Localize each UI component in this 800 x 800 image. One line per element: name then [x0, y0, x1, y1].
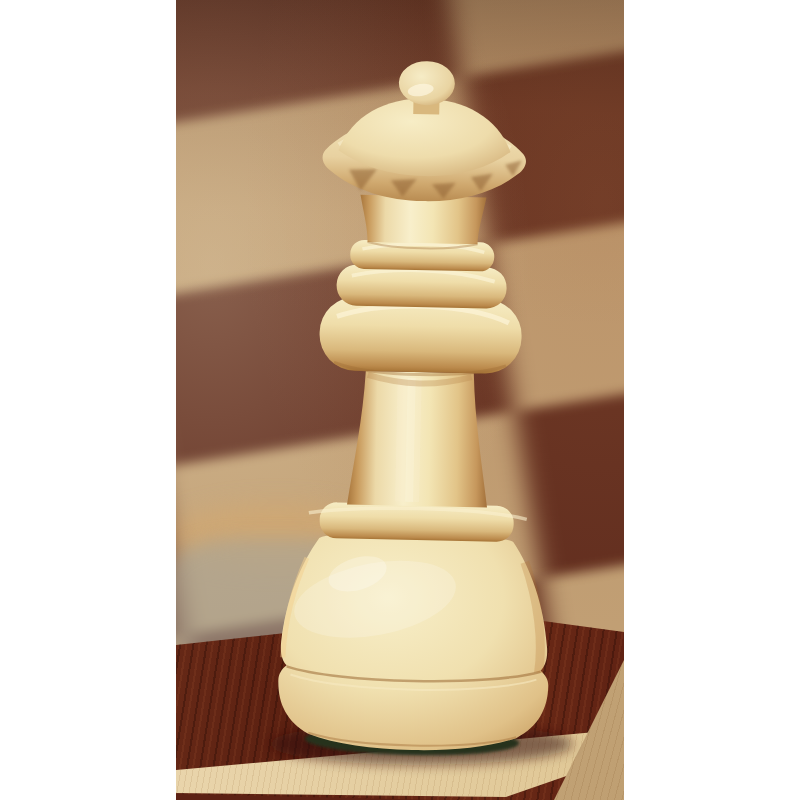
queen-neck: [360, 195, 487, 245]
queen-finial-ball: [398, 61, 455, 106]
chess-photo: Close-up photograph of a single carved b…: [176, 0, 624, 800]
white-queen-piece: [176, 0, 624, 800]
photo-canvas: Close-up photograph of a single carved b…: [0, 0, 800, 800]
